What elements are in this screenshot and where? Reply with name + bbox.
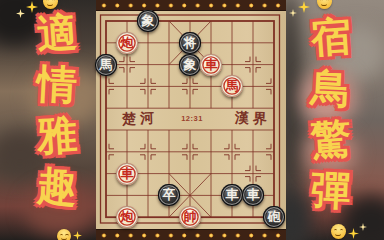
banner-char: 情: [36, 62, 78, 106]
piece-black-象[interactable]: 象: [137, 10, 159, 32]
piece-red-車[interactable]: 車: [116, 163, 138, 185]
river-label-right: 漢界: [228, 109, 279, 129]
game-timer: 12:31: [176, 114, 208, 123]
banner-char: 趣: [36, 164, 78, 208]
banner-left-shiqingyaqu: 適 情 雅 趣: [34, 12, 80, 207]
piece-black-将[interactable]: 将: [179, 32, 201, 54]
banner-right-suniaojingdan: 宿 鳥 驚 彈: [308, 16, 354, 211]
smiley-emoji: [57, 229, 71, 240]
banner-char: 驚: [310, 117, 353, 162]
banner-char: 宿: [310, 15, 353, 60]
piece-red-炮[interactable]: 炮: [116, 32, 138, 54]
banner-char: 適: [36, 11, 79, 56]
piece-black-馬[interactable]: 馬: [95, 54, 117, 76]
banner-char: 彈: [310, 168, 352, 212]
banner-char: 雅: [36, 113, 79, 158]
banner-char: 鳥: [310, 66, 352, 110]
piece-red-車[interactable]: 車: [200, 54, 222, 76]
river-label-left: 楚河: [115, 109, 166, 129]
xiangqi-app-screen: 楚河 漢界 12:31 象炮将馬象車馬車卒車車炮帥砲 適 情 雅 趣 宿 鳥 驚…: [0, 0, 384, 240]
smiley-emoji: [331, 224, 346, 239]
piece-black-象[interactable]: 象: [179, 54, 201, 76]
